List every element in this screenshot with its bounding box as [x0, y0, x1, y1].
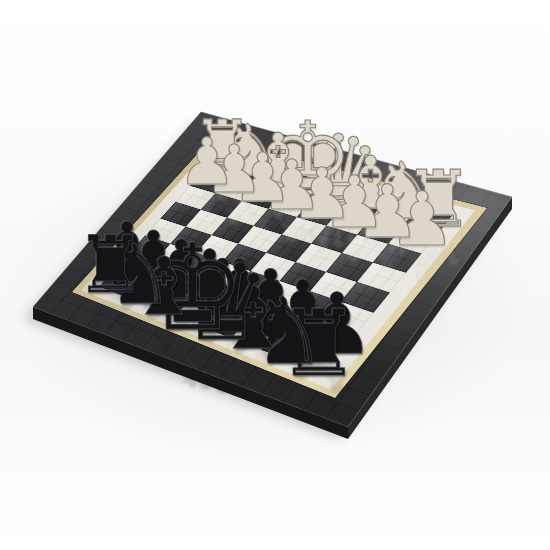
piece-black-rook-h8: ♜: [75, 226, 146, 305]
scene: ♜♜♞♞♝♝♛♛♚♚♝♝♞♞♜♜♟♟♟♟♟♟♟♟♟♟♟♟♟♟♟♟♟♟♟♟♟♟♟♟…: [0, 0, 550, 550]
piece-white-pawn-h2: ♟: [178, 130, 236, 195]
pieces-layer: ♜♜♞♞♝♝♛♛♚♚♝♝♞♞♜♜♟♟♟♟♟♟♟♟♟♟♟♟♟♟♟♟♟♟♟♟♟♟♟♟…: [0, 0, 550, 550]
